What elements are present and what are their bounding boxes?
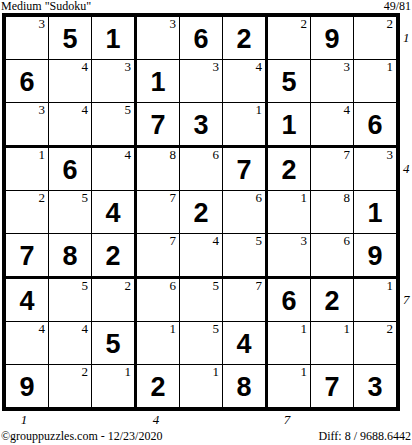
given-digit: 6	[180, 17, 222, 59]
pencil-mark: 1	[256, 103, 263, 117]
given-digit: 9	[6, 365, 48, 407]
pencil-mark: 3	[344, 60, 351, 74]
cell-r3c6[interactable]: 1	[223, 103, 265, 145]
cell-r4c5[interactable]: 6	[180, 148, 222, 190]
cell-r8c7[interactable]: 1	[268, 322, 310, 364]
cell-r1c3[interactable]: 1	[92, 17, 134, 59]
given-digit: 6	[6, 60, 48, 102]
pencil-mark: 6	[170, 279, 177, 293]
cell-r2c5[interactable]: 3	[180, 60, 222, 102]
cell-r7c3[interactable]: 2	[92, 279, 134, 321]
cell-r5c3[interactable]: 4	[92, 191, 134, 233]
given-digit: 3	[180, 103, 222, 145]
given-digit: 7	[137, 103, 179, 145]
cell-r7c5[interactable]: 5	[180, 279, 222, 321]
pencil-mark: 4	[256, 60, 263, 74]
copyright-text: ©grouppuzzles.com - 12/23/2020	[1, 429, 162, 444]
cell-r6c8[interactable]: 6	[311, 234, 353, 276]
cell-r2c1[interactable]: 6	[6, 60, 48, 102]
row-label-7: 7	[403, 292, 412, 308]
page-footer: ©grouppuzzles.com - 12/23/2020 Diff: 8 /…	[1, 428, 411, 444]
sudoku-board: 3516433453621347312925311461642547828677…	[2, 13, 400, 411]
cell-r3c8[interactable]: 4	[311, 103, 353, 145]
cell-r3c5[interactable]: 3	[180, 103, 222, 145]
given-digit: 6	[354, 103, 396, 145]
pencil-mark: 2	[387, 17, 394, 31]
pencil-mark: 7	[344, 148, 351, 162]
difficulty-text: Diff: 8 / 9688.6442	[319, 429, 411, 444]
cell-r9c4[interactable]: 2	[137, 365, 179, 407]
board-block-9: 621112173	[268, 279, 396, 407]
given-digit: 2	[311, 279, 353, 321]
cell-r3c9[interactable]: 6	[354, 103, 396, 145]
cell-r9c9[interactable]: 3	[354, 365, 396, 407]
given-digit: 8	[49, 234, 91, 276]
pencil-mark: 3	[39, 103, 46, 117]
cell-r9c1[interactable]: 9	[6, 365, 48, 407]
pencil-mark: 3	[301, 234, 308, 248]
board-block-2: 362134731	[137, 17, 265, 145]
cell-r2c8[interactable]: 3	[311, 60, 353, 102]
pencil-mark: 4	[39, 322, 46, 336]
board-block-7: 452445921	[6, 279, 134, 407]
cell-r1c2[interactable]: 5	[49, 17, 91, 59]
given-digit: 5	[268, 60, 310, 102]
cell-r4c1[interactable]: 1	[6, 148, 48, 190]
pencil-mark: 1	[387, 279, 394, 293]
pencil-mark: 1	[213, 365, 220, 379]
cell-r8c6[interactable]: 4	[223, 322, 265, 364]
pencil-mark: 5	[125, 103, 132, 117]
pencil-mark: 1	[387, 60, 394, 74]
cell-r9c6[interactable]: 8	[223, 365, 265, 407]
pencil-mark: 6	[213, 148, 220, 162]
cell-r7c4[interactable]: 6	[137, 279, 179, 321]
given-digit: 9	[354, 234, 396, 276]
cell-r3c2[interactable]: 4	[49, 103, 91, 145]
cell-r7c6[interactable]: 7	[223, 279, 265, 321]
pencil-mark: 4	[344, 103, 351, 117]
cell-r6c7[interactable]: 3	[268, 234, 310, 276]
col-label-4: 4	[150, 412, 162, 427]
given-digit: 2	[268, 148, 310, 190]
cell-r7c2[interactable]: 5	[49, 279, 91, 321]
cell-r6c6[interactable]: 5	[223, 234, 265, 276]
cell-r8c2[interactable]: 4	[49, 322, 91, 364]
pencil-mark: 2	[125, 279, 132, 293]
cell-r5c1[interactable]: 2	[6, 191, 48, 233]
cell-r5c7[interactable]: 1	[268, 191, 310, 233]
cell-r4c3[interactable]: 4	[92, 148, 134, 190]
cell-r7c1[interactable]: 4	[6, 279, 48, 321]
row-label-4: 4	[403, 161, 412, 177]
cell-r6c3[interactable]: 2	[92, 234, 134, 276]
given-digit: 2	[223, 17, 265, 59]
given-digit: 6	[268, 279, 310, 321]
cell-r2c4[interactable]: 1	[137, 60, 179, 102]
cell-r2c6[interactable]: 4	[223, 60, 265, 102]
pencil-mark: 1	[125, 365, 132, 379]
cell-r5c4[interactable]: 7	[137, 191, 179, 233]
cell-r1c5[interactable]: 6	[180, 17, 222, 59]
cell-r1c9[interactable]: 2	[354, 17, 396, 59]
pencil-mark: 3	[125, 60, 132, 74]
pencil-mark: 5	[256, 234, 263, 248]
given-digit: 9	[311, 17, 353, 59]
cell-r8c3[interactable]: 5	[92, 322, 134, 364]
pencil-mark: 5	[213, 322, 220, 336]
pencil-mark: 2	[82, 365, 89, 379]
cell-r5c6[interactable]: 6	[223, 191, 265, 233]
pencil-mark: 2	[387, 322, 394, 336]
cell-r6c5[interactable]: 4	[180, 234, 222, 276]
cell-r5c5[interactable]: 2	[180, 191, 222, 233]
pencil-mark: 3	[387, 148, 394, 162]
col-label-7: 7	[281, 412, 293, 427]
cell-r7c9[interactable]: 1	[354, 279, 396, 321]
given-digit: 1	[354, 191, 396, 233]
pencil-mark: 2	[39, 191, 46, 205]
cell-r3c7[interactable]: 1	[268, 103, 310, 145]
pencil-mark: 1	[301, 191, 308, 205]
pencil-mark: 6	[256, 191, 263, 205]
cell-r9c5[interactable]: 1	[180, 365, 222, 407]
given-digit: 4	[6, 279, 48, 321]
given-digit: 4	[92, 191, 134, 233]
cell-r3c1[interactable]: 3	[6, 103, 48, 145]
cell-r4c9[interactable]: 3	[354, 148, 396, 190]
cell-r1c1[interactable]: 3	[6, 17, 48, 59]
board-block-4: 164254782	[6, 148, 134, 276]
cell-r2c3[interactable]: 3	[92, 60, 134, 102]
pencil-mark: 4	[82, 103, 89, 117]
given-digit: 7	[6, 234, 48, 276]
given-digit: 1	[268, 103, 310, 145]
cell-r1c7[interactable]: 2	[268, 17, 310, 59]
board-block-8: 657154218	[137, 279, 265, 407]
given-digit: 2	[137, 365, 179, 407]
cell-r2c9[interactable]: 1	[354, 60, 396, 102]
board-block-1: 351643345	[6, 17, 134, 145]
cell-r4c6[interactable]: 7	[223, 148, 265, 190]
pencil-mark: 4	[213, 234, 220, 248]
pencil-mark: 5	[213, 279, 220, 293]
cell-r7c8[interactable]: 2	[311, 279, 353, 321]
row-label-1: 1	[403, 30, 412, 46]
cell-r3c3[interactable]: 5	[92, 103, 134, 145]
cell-r2c2[interactable]: 4	[49, 60, 91, 102]
given-digit: 4	[223, 322, 265, 364]
cell-r2c7[interactable]: 5	[268, 60, 310, 102]
pencil-mark: 4	[82, 60, 89, 74]
sudoku-page: Medium "Sudoku" 49/81 351643345362134731…	[0, 0, 412, 445]
pencil-mark: 1	[301, 365, 308, 379]
cell-r1c8[interactable]: 9	[311, 17, 353, 59]
given-digit: 2	[180, 191, 222, 233]
pencil-mark: 4	[125, 148, 132, 162]
board-block-6: 273181369	[268, 148, 396, 276]
cell-r1c4[interactable]: 3	[137, 17, 179, 59]
cell-r6c1[interactable]: 7	[6, 234, 48, 276]
cell-r6c2[interactable]: 8	[49, 234, 91, 276]
cell-r5c2[interactable]: 5	[49, 191, 91, 233]
cell-r5c8[interactable]: 8	[311, 191, 353, 233]
pencil-mark: 1	[170, 322, 177, 336]
given-digit: 6	[49, 148, 91, 190]
cell-r4c7[interactable]: 2	[268, 148, 310, 190]
cell-r8c1[interactable]: 4	[6, 322, 48, 364]
given-digit: 5	[92, 322, 134, 364]
pencil-mark: 2	[301, 17, 308, 31]
board-block-3: 292531146	[268, 17, 396, 145]
pencil-mark: 4	[82, 322, 89, 336]
board-block-5: 867726745	[137, 148, 265, 276]
given-digit: 5	[49, 17, 91, 59]
cell-r8c9[interactable]: 2	[354, 322, 396, 364]
cell-r5c9[interactable]: 1	[354, 191, 396, 233]
cell-r9c3[interactable]: 1	[92, 365, 134, 407]
pencil-mark: 7	[256, 279, 263, 293]
cell-r1c6[interactable]: 2	[223, 17, 265, 59]
cell-r8c8[interactable]: 1	[311, 322, 353, 364]
page-header: Medium "Sudoku" 49/81	[1, 0, 411, 13]
given-digit: 1	[92, 17, 134, 59]
pencil-mark: 3	[213, 60, 220, 74]
pencil-mark: 1	[39, 148, 46, 162]
pencil-mark: 3	[170, 17, 177, 31]
pencil-mark: 1	[344, 322, 351, 336]
cell-r4c4[interactable]: 8	[137, 148, 179, 190]
pencil-mark: 8	[170, 148, 177, 162]
pencil-mark: 8	[344, 191, 351, 205]
puzzle-title: Medium "Sudoku"	[1, 0, 91, 13]
pencil-mark: 1	[301, 322, 308, 336]
pencil-mark: 3	[39, 17, 46, 31]
cells-remaining-counter: 49/81	[384, 0, 411, 13]
pencil-mark: 7	[170, 234, 177, 248]
cell-r8c5[interactable]: 5	[180, 322, 222, 364]
pencil-mark: 5	[82, 191, 89, 205]
cell-r4c2[interactable]: 6	[49, 148, 91, 190]
pencil-mark: 5	[82, 279, 89, 293]
given-digit: 7	[311, 365, 353, 407]
cell-r9c2[interactable]: 2	[49, 365, 91, 407]
cell-r6c4[interactable]: 7	[137, 234, 179, 276]
pencil-mark: 6	[344, 234, 351, 248]
cell-r6c9[interactable]: 9	[354, 234, 396, 276]
col-label-1: 1	[18, 412, 30, 427]
given-digit: 3	[354, 365, 396, 407]
given-digit: 1	[137, 60, 179, 102]
cell-r9c7[interactable]: 1	[268, 365, 310, 407]
cell-r4c8[interactable]: 7	[311, 148, 353, 190]
cell-r7c7[interactable]: 6	[268, 279, 310, 321]
cell-r9c8[interactable]: 7	[311, 365, 353, 407]
given-digit: 2	[92, 234, 134, 276]
cell-r3c4[interactable]: 7	[137, 103, 179, 145]
cell-r8c4[interactable]: 1	[137, 322, 179, 364]
given-digit: 8	[223, 365, 265, 407]
pencil-mark: 7	[170, 191, 177, 205]
given-digit: 7	[223, 148, 265, 190]
